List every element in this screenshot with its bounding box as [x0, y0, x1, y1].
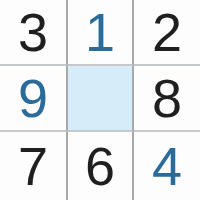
cell-r1c1-selected[interactable]	[68, 66, 134, 132]
cell-r0c1[interactable]: 1	[68, 0, 134, 66]
cell-r0c0[interactable]: 3	[0, 0, 68, 66]
cell-r2c2[interactable]: 4	[134, 132, 200, 200]
cell-digit: 4	[152, 139, 182, 193]
cell-digit: 7	[18, 139, 48, 193]
cell-digit: 3	[18, 5, 48, 59]
cell-r1c0[interactable]: 9	[0, 66, 68, 132]
cell-r2c0[interactable]: 7	[0, 132, 68, 200]
cell-r2c1[interactable]: 6	[68, 132, 134, 200]
sudoku-board: 3 1 2 9 8 7 6 4	[0, 0, 200, 200]
cell-digit: 6	[85, 139, 115, 193]
cell-digit: 2	[152, 5, 182, 59]
cell-r0c2[interactable]: 2	[134, 0, 200, 66]
cell-r1c2[interactable]: 8	[134, 66, 200, 132]
cell-digit: 1	[85, 5, 115, 59]
cell-digit: 9	[18, 71, 48, 125]
cell-digit: 8	[152, 71, 182, 125]
